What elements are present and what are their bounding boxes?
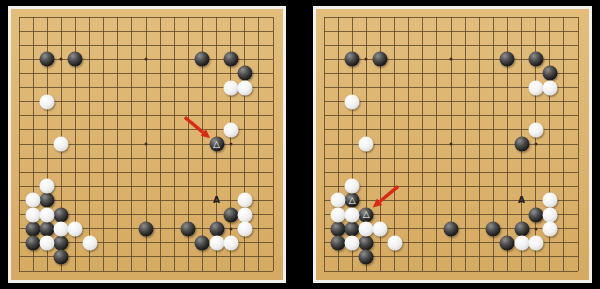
point-label-a: A: [213, 195, 220, 205]
black-stone: [528, 52, 543, 67]
white-stone: [237, 193, 252, 208]
white-stone: [331, 193, 346, 208]
white-stone: [40, 207, 55, 222]
white-stone: [40, 235, 55, 250]
black-stone: [223, 52, 238, 67]
white-stone: [237, 80, 252, 95]
grid-line-horizontal: [19, 271, 273, 272]
star-point: [229, 227, 232, 230]
triangle-mark: △: [363, 210, 370, 219]
white-stone: [26, 207, 41, 222]
star-point: [534, 143, 537, 146]
white-stone: [40, 179, 55, 194]
grid-line-horizontal: [324, 158, 578, 159]
black-stone: [345, 221, 360, 236]
black-stone: [26, 221, 41, 236]
black-stone-triangle-marked: △: [359, 207, 374, 222]
star-point: [145, 58, 148, 61]
black-stone: [444, 221, 459, 236]
black-stone: [514, 137, 529, 152]
white-stone: [528, 122, 543, 137]
white-stone: [345, 207, 360, 222]
point-label-a: A: [518, 195, 525, 205]
star-point: [534, 227, 537, 230]
grid-line-vertical: [479, 17, 480, 271]
white-stone: [345, 235, 360, 250]
white-stone: [54, 137, 69, 152]
goban-grid-right: △△A: [324, 17, 578, 271]
white-stone: [223, 80, 238, 95]
white-stone: [514, 235, 529, 250]
black-stone-triangle-marked: △: [209, 137, 224, 152]
grid-line-vertical: [465, 17, 466, 271]
star-point: [450, 143, 453, 146]
white-stone: [54, 221, 69, 236]
grid-line-horizontal: [19, 186, 273, 187]
white-stone: [359, 137, 374, 152]
black-stone-triangle-marked: △: [345, 193, 360, 208]
black-stone: [54, 207, 69, 222]
white-stone: [82, 235, 97, 250]
black-stone: [139, 221, 154, 236]
grid-line-horizontal: [324, 200, 578, 201]
white-stone: [331, 207, 346, 222]
grid-line-horizontal: [19, 200, 273, 201]
grid-line-vertical: [160, 17, 161, 271]
black-stone: [359, 235, 374, 250]
goban-right: △△A: [316, 9, 589, 280]
white-stone: [542, 207, 557, 222]
go-diagram-right: △△A: [313, 6, 592, 283]
white-stone: [237, 221, 252, 236]
white-stone: [373, 221, 388, 236]
white-stone: [359, 221, 374, 236]
star-point: [229, 143, 232, 146]
black-stone: [40, 221, 55, 236]
black-stone: [514, 221, 529, 236]
black-stone: [223, 207, 238, 222]
black-stone: [54, 235, 69, 250]
star-point: [60, 58, 63, 61]
black-stone: [542, 66, 557, 81]
black-stone: [195, 235, 210, 250]
black-stone: [359, 249, 374, 264]
white-stone: [542, 193, 557, 208]
black-stone: [528, 207, 543, 222]
black-stone: [345, 52, 360, 67]
grid-line-horizontal: [19, 158, 273, 159]
white-stone: [26, 193, 41, 208]
grid-line-vertical: [273, 17, 274, 271]
black-stone: [237, 66, 252, 81]
black-stone: [54, 249, 69, 264]
black-stone: [26, 235, 41, 250]
black-stone: [40, 193, 55, 208]
black-stone: [331, 235, 346, 250]
white-stone: [542, 221, 557, 236]
white-stone: [528, 235, 543, 250]
black-stone: [181, 221, 196, 236]
black-stone: [209, 221, 224, 236]
white-stone: [223, 122, 238, 137]
star-point: [450, 58, 453, 61]
triangle-mark: △: [213, 139, 220, 148]
go-diagram-left: △A: [8, 6, 286, 283]
white-stone: [345, 179, 360, 194]
white-stone: [68, 221, 83, 236]
black-stone: [68, 52, 83, 67]
screenshot-canvas: △A △△A: [0, 0, 600, 289]
grid-line-vertical: [578, 17, 579, 271]
black-stone: [40, 52, 55, 67]
black-stone: [373, 52, 388, 67]
white-stone: [528, 80, 543, 95]
white-stone: [542, 80, 557, 95]
grid-line-horizontal: [19, 172, 273, 173]
black-stone: [486, 221, 501, 236]
goban-grid-left: △A: [19, 17, 273, 271]
white-stone: [209, 235, 224, 250]
white-stone: [40, 94, 55, 109]
grid-line-vertical: [174, 17, 175, 271]
black-stone: [500, 52, 515, 67]
black-stone: [500, 235, 515, 250]
black-stone: [195, 52, 210, 67]
grid-line-horizontal: [324, 186, 578, 187]
grid-line-vertical: [258, 17, 259, 271]
grid-line-vertical: [563, 17, 564, 271]
grid-line-horizontal: [324, 271, 578, 272]
star-point: [145, 143, 148, 146]
goban-left: △A: [11, 9, 283, 280]
star-point: [365, 58, 368, 61]
white-stone: [387, 235, 402, 250]
triangle-mark: △: [349, 195, 356, 204]
white-stone: [237, 207, 252, 222]
white-stone: [223, 235, 238, 250]
black-stone: [331, 221, 346, 236]
grid-line-horizontal: [324, 172, 578, 173]
white-stone: [345, 94, 360, 109]
